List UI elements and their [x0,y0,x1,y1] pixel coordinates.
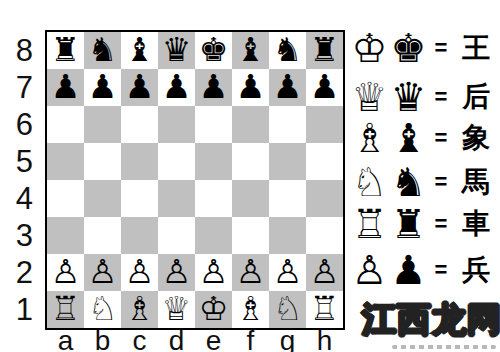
black-pawn-g7[interactable]: ♟ [273,70,303,103]
square-b5[interactable] [84,143,121,180]
legend-black-pawn-icon: ♟ [389,250,428,290]
square-c2[interactable]: ♙ [121,254,158,291]
square-h2[interactable]: ♙ [306,254,343,291]
square-e4[interactable] [195,180,232,217]
square-d6[interactable] [158,106,195,143]
legend-black-knight-icon: ♞ [389,162,428,202]
black-pawn-a7[interactable]: ♟ [51,70,81,103]
file-label-b: b [84,329,121,352]
square-g7[interactable]: ♟ [269,69,306,106]
file-label-a: a [47,329,84,352]
rank-label-3: 3 [0,217,40,254]
square-b2[interactable]: ♙ [84,254,121,291]
black-rook-h8[interactable]: ♜ [310,33,340,66]
black-pawn-c7[interactable]: ♟ [125,70,155,103]
square-c3[interactable] [121,217,158,254]
black-bishop-f8[interactable]: ♝ [236,33,266,66]
square-d4[interactable] [158,180,195,217]
square-h6[interactable] [306,106,343,143]
square-a6[interactable] [47,106,84,143]
square-a8[interactable]: ♜ [47,32,84,69]
black-pawn-d7[interactable]: ♟ [162,70,192,103]
square-g1[interactable]: ♘ [269,291,306,328]
square-g8[interactable]: ♞ [269,32,306,69]
black-rook-a8[interactable]: ♜ [51,33,81,66]
illegible-smallprint [392,345,496,349]
white-pawn-h2[interactable]: ♙ [310,255,340,288]
square-b6[interactable] [84,106,121,143]
square-a2[interactable]: ♙ [47,254,84,291]
square-e7[interactable]: ♟ [195,69,232,106]
square-f5[interactable] [232,143,269,180]
legend-white-bishop-icon: ♗ [350,118,389,158]
square-c1[interactable]: ♗ [121,291,158,328]
square-d7[interactable]: ♟ [158,69,195,106]
white-pawn-g2[interactable]: ♙ [273,255,303,288]
square-b3[interactable] [84,217,121,254]
square-g5[interactable] [269,143,306,180]
legend-white-knight-icon: ♘ [350,162,389,202]
square-f7[interactable]: ♟ [232,69,269,106]
rank-label-7: 7 [0,69,40,106]
legend-black-king-icon: ♚ [389,28,428,68]
white-pawn-c2[interactable]: ♙ [125,255,155,288]
page: 87654321 ♜♞♝♛♚♝♞♜♟♟♟♟♟♟♟♟♙♙♙♙♙♙♙♙♖♘♗♕♔♗♘… [0,0,500,352]
legend-row-bishop: ♗♝=象 [350,116,498,160]
black-king-e8[interactable]: ♚ [199,33,229,66]
rank-labels: 87654321 [0,32,40,328]
square-d3[interactable] [158,217,195,254]
legend-white-pawn-icon: ♙ [350,250,389,290]
white-queen-d1[interactable]: ♕ [162,292,192,325]
legend-white-rook-icon: ♖ [350,204,389,244]
square-a5[interactable] [47,143,84,180]
legend-equals-king: = [428,35,454,61]
board: ♜♞♝♛♚♝♞♜♟♟♟♟♟♟♟♟♙♙♙♙♙♙♙♙♖♘♗♕♔♗♘♖ [45,30,345,330]
square-h1[interactable]: ♖ [306,291,343,328]
legend-hanzi-queen: 后 [454,78,498,116]
file-label-g: g [269,329,306,352]
black-pawn-b7[interactable]: ♟ [88,70,118,103]
black-knight-g8[interactable]: ♞ [273,33,303,66]
legend-white-king-icon: ♔ [350,28,389,68]
square-e1[interactable]: ♔ [195,291,232,328]
white-rook-a1[interactable]: ♖ [51,292,81,325]
black-queen-d8[interactable]: ♛ [162,33,192,66]
file-labels: abcdefgh [47,329,343,352]
square-c5[interactable] [121,143,158,180]
white-knight-b1[interactable]: ♘ [88,292,118,325]
rank-label-8: 8 [0,32,40,69]
square-f4[interactable] [232,180,269,217]
legend-row-king: ♔♚=王 [350,26,498,70]
rank-label-2: 2 [0,254,40,291]
square-d5[interactable] [158,143,195,180]
legend-equals-knight: = [428,169,454,195]
legend-row-queen: ♕♛=后 [350,75,498,119]
white-bishop-c1[interactable]: ♗ [125,292,155,325]
legend-hanzi-rook: 車 [454,205,498,243]
white-bishop-f1[interactable]: ♗ [236,292,266,325]
legend-hanzi-king: 王 [454,29,498,67]
legend-black-bishop-icon: ♝ [389,118,428,158]
square-d1[interactable]: ♕ [158,291,195,328]
rank-label-4: 4 [0,180,40,217]
square-a1[interactable]: ♖ [47,291,84,328]
white-pawn-b2[interactable]: ♙ [88,255,118,288]
square-h5[interactable] [306,143,343,180]
black-pawn-f7[interactable]: ♟ [236,70,266,103]
legend-hanzi-bishop: 象 [454,119,498,157]
file-label-e: e [195,329,232,352]
square-e3[interactable] [195,217,232,254]
square-b7[interactable]: ♟ [84,69,121,106]
square-h4[interactable] [306,180,343,217]
square-f2[interactable]: ♙ [232,254,269,291]
square-f3[interactable] [232,217,269,254]
square-d8[interactable]: ♛ [158,32,195,69]
square-g2[interactable]: ♙ [269,254,306,291]
file-label-h: h [306,329,343,352]
square-h3[interactable] [306,217,343,254]
black-pawn-e7[interactable]: ♟ [199,70,229,103]
file-label-f: f [232,329,269,352]
white-rook-h1[interactable]: ♖ [310,292,340,325]
watermark: 江西龙网 [362,299,500,339]
square-a7[interactable]: ♟ [47,69,84,106]
square-d2[interactable]: ♙ [158,254,195,291]
legend-row-rook: ♖♜=車 [350,202,498,246]
file-label-c: c [121,329,158,352]
watermark-orange-text: 江西 [362,300,432,338]
white-pawn-f2[interactable]: ♙ [236,255,266,288]
black-bishop-c8[interactable]: ♝ [125,33,155,66]
legend-hanzi-pawn: 兵 [454,251,498,289]
square-f1[interactable]: ♗ [232,291,269,328]
black-pawn-h7[interactable]: ♟ [310,70,340,103]
square-b8[interactable]: ♞ [84,32,121,69]
rank-label-5: 5 [0,143,40,180]
watermark-white-text: 龙网 [432,300,500,338]
square-a4[interactable] [47,180,84,217]
rank-label-1: 1 [0,291,40,328]
square-e5[interactable] [195,143,232,180]
legend-black-rook-icon: ♜ [389,204,428,244]
square-a3[interactable] [47,217,84,254]
legend-row-knight: ♘♞=馬 [350,160,498,204]
square-e8[interactable]: ♚ [195,32,232,69]
rank-label-6: 6 [0,106,40,143]
square-c6[interactable] [121,106,158,143]
square-e6[interactable] [195,106,232,143]
square-b1[interactable]: ♘ [84,291,121,328]
white-pawn-d2[interactable]: ♙ [162,255,192,288]
legend-row-pawn: ♙♟=兵 [350,248,498,292]
square-f6[interactable] [232,106,269,143]
square-c8[interactable]: ♝ [121,32,158,69]
square-h7[interactable]: ♟ [306,69,343,106]
legend-equals-pawn: = [428,257,454,283]
square-b4[interactable] [84,180,121,217]
white-king-e1[interactable]: ♔ [199,292,229,325]
legend-equals-rook: = [428,211,454,237]
black-knight-b8[interactable]: ♞ [88,33,118,66]
square-g4[interactable] [269,180,306,217]
square-g3[interactable] [269,217,306,254]
square-h8[interactable]: ♜ [306,32,343,69]
square-e2[interactable]: ♙ [195,254,232,291]
square-f8[interactable]: ♝ [232,32,269,69]
square-g6[interactable] [269,106,306,143]
legend-equals-bishop: = [428,125,454,151]
legend-white-queen-icon: ♕ [350,77,389,117]
square-c4[interactable] [121,180,158,217]
file-label-d: d [158,329,195,352]
white-pawn-e2[interactable]: ♙ [199,255,229,288]
square-c7[interactable]: ♟ [121,69,158,106]
legend-black-queen-icon: ♛ [389,77,428,117]
legend-hanzi-knight: 馬 [454,163,498,201]
white-pawn-a2[interactable]: ♙ [51,255,81,288]
white-knight-g1[interactable]: ♘ [273,292,303,325]
legend-equals-queen: = [428,84,454,110]
